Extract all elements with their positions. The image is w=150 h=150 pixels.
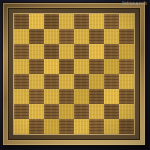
square-g6 <box>104 44 119 59</box>
square-a7 <box>14 29 29 44</box>
square-b2 <box>29 104 44 119</box>
square-f3 <box>89 89 104 104</box>
square-c1 <box>44 119 59 134</box>
square-b5 <box>29 59 44 74</box>
square-b8 <box>29 14 44 29</box>
square-f8 <box>89 14 104 29</box>
square-d5 <box>59 59 74 74</box>
square-a3 <box>14 89 29 104</box>
square-g4 <box>104 74 119 89</box>
square-h6 <box>119 44 134 59</box>
square-h7 <box>119 29 134 44</box>
square-a4 <box>14 74 29 89</box>
square-b6 <box>29 44 44 59</box>
square-e4 <box>74 74 89 89</box>
square-e5 <box>74 59 89 74</box>
square-f2 <box>89 104 104 119</box>
square-g1 <box>104 119 119 134</box>
square-h8 <box>119 14 134 29</box>
square-a8 <box>14 14 29 29</box>
square-d1 <box>59 119 74 134</box>
watermark-text: lotsearch <box>122 0 147 6</box>
square-g2 <box>104 104 119 119</box>
square-a2 <box>14 104 29 119</box>
square-c7 <box>44 29 59 44</box>
square-d7 <box>59 29 74 44</box>
square-c6 <box>44 44 59 59</box>
square-f4 <box>89 74 104 89</box>
square-c4 <box>44 74 59 89</box>
square-e1 <box>74 119 89 134</box>
square-h4 <box>119 74 134 89</box>
square-d8 <box>59 14 74 29</box>
square-f7 <box>89 29 104 44</box>
square-c3 <box>44 89 59 104</box>
chessboard-frame <box>2 2 146 146</box>
square-c2 <box>44 104 59 119</box>
board-grid <box>14 14 134 134</box>
square-f5 <box>89 59 104 74</box>
square-d3 <box>59 89 74 104</box>
square-d6 <box>59 44 74 59</box>
square-f6 <box>89 44 104 59</box>
square-c5 <box>44 59 59 74</box>
square-e7 <box>74 29 89 44</box>
square-a5 <box>14 59 29 74</box>
square-h5 <box>119 59 134 74</box>
photo-background: lotsearch <box>0 0 150 150</box>
square-a6 <box>14 44 29 59</box>
square-d4 <box>59 74 74 89</box>
square-h2 <box>119 104 134 119</box>
square-b1 <box>29 119 44 134</box>
board-inner-border <box>9 9 139 139</box>
square-a1 <box>14 119 29 134</box>
square-g5 <box>104 59 119 74</box>
square-g7 <box>104 29 119 44</box>
square-b4 <box>29 74 44 89</box>
square-d2 <box>59 104 74 119</box>
square-h1 <box>119 119 134 134</box>
square-b7 <box>29 29 44 44</box>
square-e8 <box>74 14 89 29</box>
square-h3 <box>119 89 134 104</box>
square-e3 <box>74 89 89 104</box>
square-c8 <box>44 14 59 29</box>
square-b3 <box>29 89 44 104</box>
square-f1 <box>89 119 104 134</box>
square-e6 <box>74 44 89 59</box>
square-g3 <box>104 89 119 104</box>
square-e2 <box>74 104 89 119</box>
square-g8 <box>104 14 119 29</box>
